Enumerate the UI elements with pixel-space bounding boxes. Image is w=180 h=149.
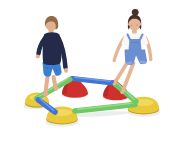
boy-right-hand xyxy=(64,68,68,73)
girl-left-hand xyxy=(113,58,117,62)
girl-eye xyxy=(131,25,132,26)
boy-back-leg xyxy=(54,77,56,87)
boy-shorts-pattern xyxy=(47,67,49,69)
boy-shorts-pattern xyxy=(56,70,58,72)
girl-overall-bib xyxy=(129,39,142,51)
girl-right-hand xyxy=(149,57,153,61)
balance-course-photo xyxy=(0,0,180,149)
boy-left-hand xyxy=(36,55,40,59)
photo-background xyxy=(0,0,180,149)
girl-hair-bun xyxy=(132,9,139,16)
boy-front-leg xyxy=(46,77,48,93)
girl-eye xyxy=(137,25,138,26)
